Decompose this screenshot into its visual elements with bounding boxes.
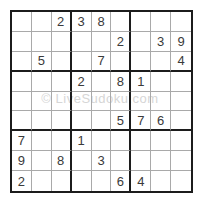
- cell-r1c2[interactable]: [32, 12, 52, 32]
- cell-r2c5[interactable]: [92, 32, 112, 52]
- cell-r4c2[interactable]: [32, 72, 52, 92]
- cell-r2c4[interactable]: [72, 32, 92, 52]
- cell-r3c7[interactable]: [131, 52, 151, 72]
- cell-r2c2[interactable]: [32, 32, 52, 52]
- cell-r8c4[interactable]: [72, 151, 92, 171]
- cell-r4c9[interactable]: [171, 72, 191, 92]
- cell-r6c9[interactable]: [171, 111, 191, 131]
- cell-r1c7[interactable]: [131, 12, 151, 32]
- cell-r6c8[interactable]: 6: [151, 111, 171, 131]
- cell-r1c1[interactable]: [12, 12, 32, 32]
- cell-r5c2[interactable]: [32, 92, 52, 112]
- cell-r2c9[interactable]: 9: [171, 32, 191, 52]
- cell-r6c4[interactable]: [72, 111, 92, 131]
- cell-r7c1[interactable]: 7: [12, 131, 32, 151]
- cell-r7c3[interactable]: [52, 131, 72, 151]
- cell-r6c2[interactable]: [32, 111, 52, 131]
- cell-r7c5[interactable]: [92, 131, 112, 151]
- cell-r4c5[interactable]: [92, 72, 112, 92]
- cell-r3c8[interactable]: [151, 52, 171, 72]
- cell-r6c6[interactable]: 5: [111, 111, 131, 131]
- cell-r6c1[interactable]: [12, 111, 32, 131]
- cell-r4c1[interactable]: [12, 72, 32, 92]
- cell-r3c1[interactable]: [12, 52, 32, 72]
- cell-r9c4[interactable]: [72, 171, 92, 191]
- cell-r7c9[interactable]: [171, 131, 191, 151]
- cell-r8c6[interactable]: [111, 151, 131, 171]
- cell-r4c8[interactable]: [151, 72, 171, 92]
- cell-r6c3[interactable]: [52, 111, 72, 131]
- cell-r7c8[interactable]: [151, 131, 171, 151]
- cell-r7c4[interactable]: 1: [72, 131, 92, 151]
- cell-r9c5[interactable]: [92, 171, 112, 191]
- cell-r4c6[interactable]: 8: [111, 72, 131, 92]
- cell-r3c3[interactable]: [52, 52, 72, 72]
- cell-r8c9[interactable]: [171, 151, 191, 171]
- cell-r6c5[interactable]: [92, 111, 112, 131]
- cell-r3c4[interactable]: [72, 52, 92, 72]
- sudoku-board: 23823957428157671983264: [10, 10, 193, 193]
- cell-r8c5[interactable]: 3: [92, 151, 112, 171]
- cell-r5c4[interactable]: [72, 92, 92, 112]
- cell-r5c6[interactable]: [111, 92, 131, 112]
- cell-r2c3[interactable]: [52, 32, 72, 52]
- cell-r3c5[interactable]: 7: [92, 52, 112, 72]
- cell-r9c8[interactable]: [151, 171, 171, 191]
- cell-r5c3[interactable]: [52, 92, 72, 112]
- cell-r9c9[interactable]: [171, 171, 191, 191]
- cell-r8c7[interactable]: [131, 151, 151, 171]
- cell-r1c8[interactable]: [151, 12, 171, 32]
- cell-r9c6[interactable]: 6: [111, 171, 131, 191]
- cell-r8c1[interactable]: 9: [12, 151, 32, 171]
- cell-r9c7[interactable]: 4: [131, 171, 151, 191]
- cell-r1c6[interactable]: [111, 12, 131, 32]
- cell-r8c3[interactable]: 8: [52, 151, 72, 171]
- cell-r1c4[interactable]: 3: [72, 12, 92, 32]
- cell-r1c9[interactable]: [171, 12, 191, 32]
- cell-r5c8[interactable]: [151, 92, 171, 112]
- cell-r3c6[interactable]: [111, 52, 131, 72]
- cell-r5c5[interactable]: [92, 92, 112, 112]
- cell-r2c1[interactable]: [12, 32, 32, 52]
- cell-r7c6[interactable]: [111, 131, 131, 151]
- cell-r9c2[interactable]: [32, 171, 52, 191]
- cell-r9c3[interactable]: [52, 171, 72, 191]
- cell-r8c8[interactable]: [151, 151, 171, 171]
- cell-r9c1[interactable]: 2: [12, 171, 32, 191]
- cell-r7c7[interactable]: [131, 131, 151, 151]
- cell-r8c2[interactable]: [32, 151, 52, 171]
- cell-r2c8[interactable]: 3: [151, 32, 171, 52]
- cell-r4c4[interactable]: 2: [72, 72, 92, 92]
- cell-r5c1[interactable]: [12, 92, 32, 112]
- cell-r4c7[interactable]: 1: [131, 72, 151, 92]
- cell-r5c7[interactable]: [131, 92, 151, 112]
- cell-r3c9[interactable]: 4: [171, 52, 191, 72]
- cell-r1c3[interactable]: 2: [52, 12, 72, 32]
- cell-r2c6[interactable]: 2: [111, 32, 131, 52]
- cell-r6c7[interactable]: 7: [131, 111, 151, 131]
- cell-r4c3[interactable]: [52, 72, 72, 92]
- cell-r5c9[interactable]: [171, 92, 191, 112]
- cell-r2c7[interactable]: [131, 32, 151, 52]
- cell-r1c5[interactable]: 8: [92, 12, 112, 32]
- cell-r3c2[interactable]: 5: [32, 52, 52, 72]
- cell-r7c2[interactable]: [32, 131, 52, 151]
